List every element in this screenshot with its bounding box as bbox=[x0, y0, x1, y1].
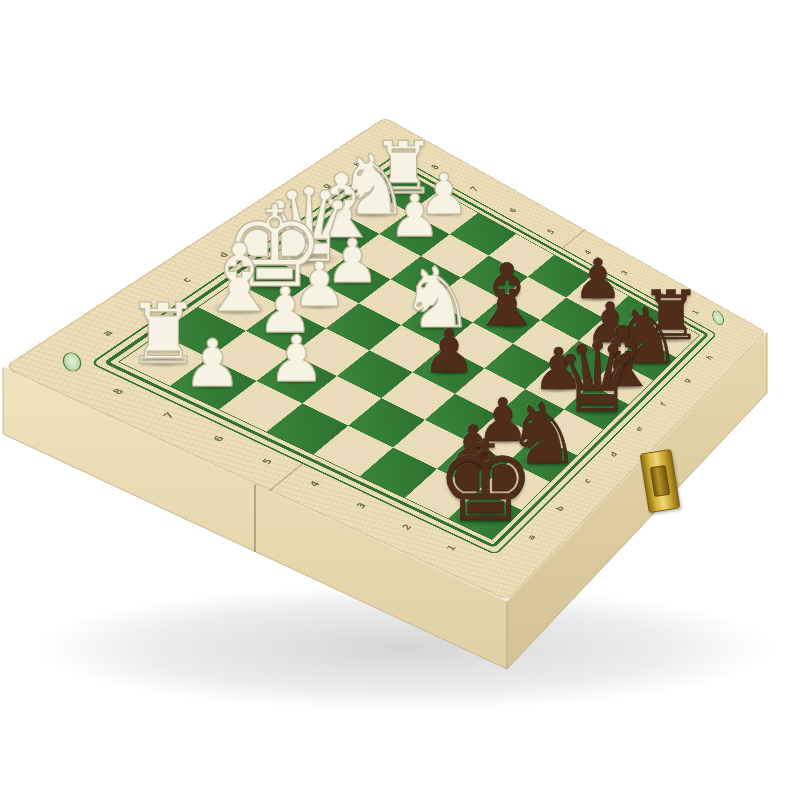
white-pawn-g7[interactable]: ♟ bbox=[385, 187, 443, 245]
file-label-near-g: g bbox=[681, 377, 693, 385]
rank-label-right-5: 5 bbox=[545, 228, 557, 236]
white-pawn-a7[interactable]: ♟ bbox=[180, 331, 246, 397]
rank-label-left-2: 2 bbox=[399, 523, 414, 532]
file-label-near-h: h bbox=[704, 354, 715, 362]
rank-label-left-4: 4 bbox=[307, 479, 323, 488]
rank-label-left-7: 7 bbox=[161, 411, 178, 421]
rank-label-right-6: 6 bbox=[507, 207, 520, 215]
chess-set-product-photo: abcdefgh abcdefgh 12345678 12345678 ♜♝♚♛… bbox=[0, 0, 800, 800]
file-label-near-b: b bbox=[553, 504, 566, 513]
file-label-far-a: a bbox=[99, 328, 116, 337]
file-label-near-d: d bbox=[607, 450, 620, 458]
white-pawn-b6[interactable]: ♟ bbox=[264, 328, 328, 392]
dark-king-a1[interactable]: ♚ bbox=[430, 426, 541, 537]
fold-seam-border-left bbox=[269, 463, 303, 491]
rank-label-left-6: 6 bbox=[211, 434, 228, 443]
clasp-keyhole bbox=[650, 465, 670, 497]
rank-label-left-8: 8 bbox=[110, 387, 128, 397]
brand-logo-badge-near bbox=[711, 310, 726, 325]
fold-seam-border-right bbox=[562, 229, 586, 248]
dark-pawn-d4[interactable]: ♟ bbox=[419, 322, 479, 382]
file-label-near-c: c bbox=[581, 477, 593, 485]
rank-label-left-5: 5 bbox=[259, 457, 275, 466]
brand-logo-badge-far bbox=[61, 352, 82, 372]
rank-label-left-3: 3 bbox=[354, 501, 369, 510]
